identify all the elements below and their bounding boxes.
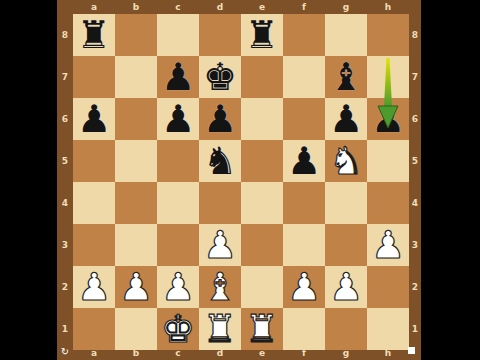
piece-white-pawn-g2[interactable]: ♟	[325, 266, 367, 308]
rank-label-4: 4	[409, 182, 421, 224]
piece-white-rook-d1[interactable]: ♜	[199, 308, 241, 350]
chess-board-frame: abcdefgh abcdefgh 87654321 87654321 ♜♜♟♚…	[57, 0, 421, 360]
piece-black-pawn-f5[interactable]: ♟	[283, 140, 325, 182]
piece-white-bishop-d2[interactable]: ♝	[199, 266, 241, 308]
square-e7[interactable]	[241, 56, 283, 98]
square-c5[interactable]	[157, 140, 199, 182]
file-label-a: a	[73, 1, 115, 13]
square-f2[interactable]: ♟	[283, 266, 325, 308]
square-g1[interactable]	[325, 308, 367, 350]
piece-white-pawn-f2[interactable]: ♟	[283, 266, 325, 308]
rank-label-5: 5	[59, 140, 71, 182]
square-d6[interactable]: ♟	[199, 98, 241, 140]
square-a4[interactable]	[73, 182, 115, 224]
flip-board-icon[interactable]: ↻	[59, 346, 71, 358]
rank-label-6: 6	[59, 98, 71, 140]
square-g2[interactable]: ♟	[325, 266, 367, 308]
file-label-h: h	[367, 1, 409, 13]
rank-label-7: 7	[409, 56, 421, 98]
square-f8[interactable]	[283, 14, 325, 56]
rank-label-3: 3	[59, 224, 71, 266]
piece-black-pawn-a6[interactable]: ♟	[73, 98, 115, 140]
rank-label-7: 7	[59, 56, 71, 98]
file-label-c: c	[157, 1, 199, 13]
piece-white-rook-e1[interactable]: ♜	[241, 308, 283, 350]
rank-label-1: 1	[409, 308, 421, 350]
piece-black-rook-e8[interactable]: ♜	[241, 14, 283, 56]
square-f7[interactable]	[283, 56, 325, 98]
piece-black-pawn-h6[interactable]: ♟	[367, 98, 409, 140]
piece-black-king-d7[interactable]: ♚	[199, 56, 241, 98]
square-d8[interactable]	[199, 14, 241, 56]
square-b8[interactable]	[115, 14, 157, 56]
corner-square-icon	[408, 347, 415, 354]
square-d4[interactable]	[199, 182, 241, 224]
piece-white-pawn-a2[interactable]: ♟	[73, 266, 115, 308]
piece-black-pawn-d6[interactable]: ♟	[199, 98, 241, 140]
file-label-g: g	[325, 1, 367, 13]
square-c1[interactable]: ♚	[157, 308, 199, 350]
piece-black-bishop-g7[interactable]: ♝	[325, 56, 367, 98]
square-g6[interactable]: ♟	[325, 98, 367, 140]
rank-label-3: 3	[409, 224, 421, 266]
rank-label-5: 5	[409, 140, 421, 182]
square-f6[interactable]	[283, 98, 325, 140]
square-d3[interactable]: ♟	[199, 224, 241, 266]
rank-label-8: 8	[409, 14, 421, 56]
rank-label-8: 8	[59, 14, 71, 56]
piece-white-king-c1[interactable]: ♚	[157, 308, 199, 350]
square-a1[interactable]	[73, 308, 115, 350]
square-b7[interactable]	[115, 56, 157, 98]
square-e3[interactable]	[241, 224, 283, 266]
square-b1[interactable]	[115, 308, 157, 350]
square-b3[interactable]	[115, 224, 157, 266]
square-g4[interactable]	[325, 182, 367, 224]
rank-label-6: 6	[409, 98, 421, 140]
square-e2[interactable]	[241, 266, 283, 308]
square-g8[interactable]	[325, 14, 367, 56]
chess-board: ♜♜♟♚♝♟♟♟♟♟♞♟♞♟♟♟♟♟♝♟♟♚♜♜	[73, 14, 409, 350]
piece-black-pawn-g6[interactable]: ♟	[325, 98, 367, 140]
piece-black-pawn-c6[interactable]: ♟	[157, 98, 199, 140]
square-g3[interactable]	[325, 224, 367, 266]
square-d1[interactable]: ♜	[199, 308, 241, 350]
square-e6[interactable]	[241, 98, 283, 140]
piece-white-pawn-d3[interactable]: ♟	[199, 224, 241, 266]
piece-black-rook-a8[interactable]: ♜	[73, 14, 115, 56]
square-d7[interactable]: ♚	[199, 56, 241, 98]
square-b5[interactable]	[115, 140, 157, 182]
piece-white-pawn-b2[interactable]: ♟	[115, 266, 157, 308]
square-h5[interactable]	[367, 140, 409, 182]
square-f5[interactable]: ♟	[283, 140, 325, 182]
file-label-b: b	[115, 1, 157, 13]
square-b4[interactable]	[115, 182, 157, 224]
square-f4[interactable]	[283, 182, 325, 224]
square-c3[interactable]	[157, 224, 199, 266]
square-h4[interactable]	[367, 182, 409, 224]
file-label-d: d	[199, 1, 241, 13]
square-f1[interactable]	[283, 308, 325, 350]
piece-white-pawn-h3[interactable]: ♟	[367, 224, 409, 266]
square-c6[interactable]: ♟	[157, 98, 199, 140]
square-h8[interactable]	[367, 14, 409, 56]
piece-black-pawn-c7[interactable]: ♟	[157, 56, 199, 98]
square-h1[interactable]	[367, 308, 409, 350]
square-g7[interactable]: ♝	[325, 56, 367, 98]
square-e8[interactable]: ♜	[241, 14, 283, 56]
square-g5[interactable]: ♞	[325, 140, 367, 182]
file-label-e: e	[241, 1, 283, 13]
square-e4[interactable]	[241, 182, 283, 224]
square-h6[interactable]: ♟	[367, 98, 409, 140]
square-c8[interactable]	[157, 14, 199, 56]
square-c4[interactable]	[157, 182, 199, 224]
rank-label-2: 2	[409, 266, 421, 308]
square-a5[interactable]	[73, 140, 115, 182]
piece-white-knight-g5[interactable]: ♞	[325, 140, 367, 182]
square-h2[interactable]	[367, 266, 409, 308]
square-c2[interactable]: ♟	[157, 266, 199, 308]
piece-white-pawn-c2[interactable]: ♟	[157, 266, 199, 308]
rank-label-1: 1	[59, 308, 71, 350]
square-a3[interactable]	[73, 224, 115, 266]
rank-label-2: 2	[59, 266, 71, 308]
square-h3[interactable]: ♟	[367, 224, 409, 266]
square-a6[interactable]: ♟	[73, 98, 115, 140]
square-c7[interactable]: ♟	[157, 56, 199, 98]
square-b2[interactable]: ♟	[115, 266, 157, 308]
square-b6[interactable]	[115, 98, 157, 140]
square-a8[interactable]: ♜	[73, 14, 115, 56]
square-e1[interactable]: ♜	[241, 308, 283, 350]
piece-black-knight-d5[interactable]: ♞	[199, 140, 241, 182]
square-f3[interactable]	[283, 224, 325, 266]
square-h7[interactable]	[367, 56, 409, 98]
square-a7[interactable]	[73, 56, 115, 98]
square-e5[interactable]	[241, 140, 283, 182]
square-a2[interactable]: ♟	[73, 266, 115, 308]
square-d5[interactable]: ♞	[199, 140, 241, 182]
file-label-f: f	[283, 1, 325, 13]
square-d2[interactable]: ♝	[199, 266, 241, 308]
rank-label-4: 4	[59, 182, 71, 224]
